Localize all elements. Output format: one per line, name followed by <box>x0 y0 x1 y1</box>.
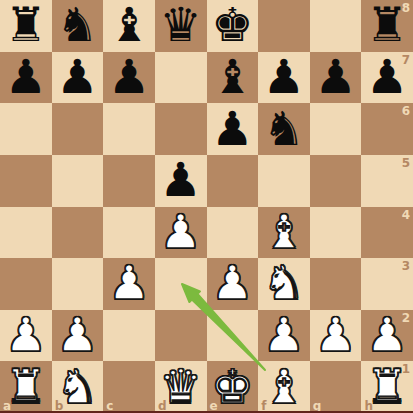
square-e2[interactable] <box>207 310 259 362</box>
black-pawn[interactable]: ♟ <box>108 53 150 100</box>
square-b1[interactable]: ♞b <box>52 361 104 413</box>
square-e3[interactable]: ♟ <box>207 258 259 310</box>
white-pawn[interactable]: ♟ <box>314 311 356 358</box>
coord-rank-8: 8 <box>402 2 410 14</box>
black-pawn[interactable]: ♟ <box>5 53 47 100</box>
square-c7[interactable]: ♟ <box>103 52 155 104</box>
square-d3[interactable] <box>155 258 207 310</box>
square-a4[interactable] <box>0 207 52 259</box>
square-h8[interactable]: ♜8 <box>361 0 413 52</box>
coord-rank-4: 4 <box>402 209 410 221</box>
square-g1[interactable]: g <box>310 361 362 413</box>
black-king[interactable]: ♚ <box>211 1 253 48</box>
square-c6[interactable] <box>103 103 155 155</box>
square-c4[interactable] <box>103 207 155 259</box>
black-pawn[interactable]: ♟ <box>56 53 98 100</box>
square-f4[interactable]: ♝ <box>258 207 310 259</box>
black-knight[interactable]: ♞ <box>56 1 98 48</box>
square-f6[interactable]: ♞ <box>258 103 310 155</box>
black-pawn[interactable]: ♟ <box>314 53 356 100</box>
square-c3[interactable]: ♟ <box>103 258 155 310</box>
white-bishop[interactable]: ♝ <box>263 208 305 255</box>
coord-rank-1: 1 <box>402 363 410 375</box>
white-knight[interactable]: ♞ <box>263 259 305 306</box>
white-bishop[interactable]: ♝ <box>263 363 305 410</box>
square-d8[interactable]: ♛ <box>155 0 207 52</box>
square-h6[interactable]: 6 <box>361 103 413 155</box>
board-grid: ♜♞♝♛♚♜8♟♟♟♝♟♟♟7♟♞6♟5♟♝4♟♟♞3♟♟♟♟♟2♜a♞bc♛d… <box>0 0 413 413</box>
black-knight[interactable]: ♞ <box>263 105 305 152</box>
black-bishop[interactable]: ♝ <box>108 1 150 48</box>
square-d4[interactable]: ♟ <box>155 207 207 259</box>
black-rook[interactable]: ♜ <box>5 1 47 48</box>
black-pawn[interactable]: ♟ <box>211 105 253 152</box>
square-g2[interactable]: ♟ <box>310 310 362 362</box>
white-pawn[interactable]: ♟ <box>211 259 253 306</box>
square-e7[interactable]: ♝ <box>207 52 259 104</box>
square-e5[interactable] <box>207 155 259 207</box>
chess-board[interactable]: ♜♞♝♛♚♜8♟♟♟♝♟♟♟7♟♞6♟5♟♝4♟♟♞3♟♟♟♟♟2♜a♞bc♛d… <box>0 0 413 413</box>
square-h4[interactable]: 4 <box>361 207 413 259</box>
square-g5[interactable] <box>310 155 362 207</box>
square-c8[interactable]: ♝ <box>103 0 155 52</box>
square-c2[interactable] <box>103 310 155 362</box>
square-a2[interactable]: ♟ <box>0 310 52 362</box>
square-a6[interactable] <box>0 103 52 155</box>
square-d6[interactable] <box>155 103 207 155</box>
square-h3[interactable]: 3 <box>361 258 413 310</box>
square-b7[interactable]: ♟ <box>52 52 104 104</box>
square-g4[interactable] <box>310 207 362 259</box>
square-d1[interactable]: ♛d <box>155 361 207 413</box>
square-a8[interactable]: ♜ <box>0 0 52 52</box>
coord-rank-7: 7 <box>402 54 410 66</box>
square-d7[interactable] <box>155 52 207 104</box>
square-a1[interactable]: ♜a <box>0 361 52 413</box>
square-a3[interactable] <box>0 258 52 310</box>
square-h1[interactable]: ♜1h <box>361 361 413 413</box>
square-g7[interactable]: ♟ <box>310 52 362 104</box>
coord-rank-5: 5 <box>402 157 410 169</box>
black-pawn[interactable]: ♟ <box>160 156 202 203</box>
square-b8[interactable]: ♞ <box>52 0 104 52</box>
square-f8[interactable] <box>258 0 310 52</box>
square-f3[interactable]: ♞ <box>258 258 310 310</box>
white-pawn[interactable]: ♟ <box>263 311 305 358</box>
white-pawn[interactable]: ♟ <box>5 311 47 358</box>
square-h2[interactable]: ♟2 <box>361 310 413 362</box>
square-e1[interactable]: ♚e <box>207 361 259 413</box>
square-b2[interactable]: ♟ <box>52 310 104 362</box>
square-e6[interactable]: ♟ <box>207 103 259 155</box>
square-f7[interactable]: ♟ <box>258 52 310 104</box>
coord-rank-2: 2 <box>402 312 410 324</box>
black-bishop[interactable]: ♝ <box>211 53 253 100</box>
square-a7[interactable]: ♟ <box>0 52 52 104</box>
black-pawn[interactable]: ♟ <box>263 53 305 100</box>
coord-rank-6: 6 <box>402 105 410 117</box>
coord-rank-3: 3 <box>402 260 410 272</box>
square-c1[interactable]: c <box>103 361 155 413</box>
square-g3[interactable] <box>310 258 362 310</box>
square-e4[interactable] <box>207 207 259 259</box>
square-a5[interactable] <box>0 155 52 207</box>
square-b4[interactable] <box>52 207 104 259</box>
black-queen[interactable]: ♛ <box>160 1 202 48</box>
square-g8[interactable] <box>310 0 362 52</box>
square-h7[interactable]: ♟7 <box>361 52 413 104</box>
square-f1[interactable]: ♝f <box>258 361 310 413</box>
square-b6[interactable] <box>52 103 104 155</box>
white-pawn[interactable]: ♟ <box>108 259 150 306</box>
square-d5[interactable]: ♟ <box>155 155 207 207</box>
square-c5[interactable] <box>103 155 155 207</box>
square-h5[interactable]: 5 <box>361 155 413 207</box>
square-b3[interactable] <box>52 258 104 310</box>
square-b5[interactable] <box>52 155 104 207</box>
square-e8[interactable]: ♚ <box>207 0 259 52</box>
white-pawn[interactable]: ♟ <box>56 311 98 358</box>
square-g6[interactable] <box>310 103 362 155</box>
square-f2[interactable]: ♟ <box>258 310 310 362</box>
square-f5[interactable] <box>258 155 310 207</box>
white-pawn[interactable]: ♟ <box>160 208 202 255</box>
square-d2[interactable] <box>155 310 207 362</box>
